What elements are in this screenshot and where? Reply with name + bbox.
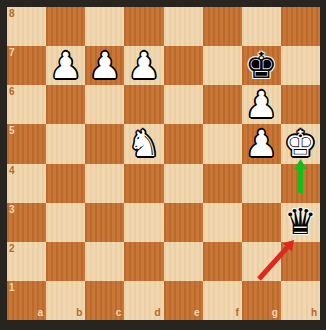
square-h3[interactable]: ♛ xyxy=(281,203,320,242)
square-f5[interactable] xyxy=(203,124,242,163)
square-d4[interactable] xyxy=(124,164,163,203)
square-h4[interactable] xyxy=(281,164,320,203)
square-a1[interactable]: 1a xyxy=(7,281,46,320)
square-f3[interactable] xyxy=(203,203,242,242)
square-f2[interactable] xyxy=(203,242,242,281)
rank-label-4: 4 xyxy=(9,166,15,176)
file-label-f: f xyxy=(235,308,238,318)
file-label-d: d xyxy=(154,308,160,318)
square-f7[interactable] xyxy=(203,46,242,85)
square-g8[interactable] xyxy=(242,7,281,46)
square-f4[interactable] xyxy=(203,164,242,203)
square-e7[interactable] xyxy=(164,46,203,85)
square-h8[interactable] xyxy=(281,7,320,46)
square-g3[interactable] xyxy=(242,203,281,242)
file-label-e: e xyxy=(194,308,200,318)
square-b3[interactable] xyxy=(46,203,85,242)
square-e3[interactable] xyxy=(164,203,203,242)
square-e8[interactable] xyxy=(164,7,203,46)
square-b1[interactable]: b xyxy=(46,281,85,320)
piece-white-pawn[interactable]: ♟ xyxy=(89,48,121,84)
square-a2[interactable]: 2 xyxy=(7,242,46,281)
piece-white-pawn[interactable]: ♟ xyxy=(245,87,277,123)
square-h2[interactable] xyxy=(281,242,320,281)
square-c5[interactable] xyxy=(85,124,124,163)
square-c3[interactable] xyxy=(85,203,124,242)
square-c8[interactable] xyxy=(85,7,124,46)
file-label-a: a xyxy=(38,308,44,318)
square-a5[interactable]: 5 xyxy=(7,124,46,163)
square-h5[interactable]: ♚ xyxy=(281,124,320,163)
square-a7[interactable]: 7 xyxy=(7,46,46,85)
square-f6[interactable] xyxy=(203,85,242,124)
piece-black-queen[interactable]: ♛ xyxy=(284,204,316,240)
square-e2[interactable] xyxy=(164,242,203,281)
square-b2[interactable] xyxy=(46,242,85,281)
square-g4[interactable] xyxy=(242,164,281,203)
square-d5[interactable]: ♞ xyxy=(124,124,163,163)
square-b6[interactable] xyxy=(46,85,85,124)
square-d6[interactable] xyxy=(124,85,163,124)
rank-label-1: 1 xyxy=(9,283,15,293)
piece-white-knight[interactable]: ♞ xyxy=(128,126,160,162)
file-label-c: c xyxy=(116,308,122,318)
rank-label-8: 8 xyxy=(9,9,15,19)
piece-black-king[interactable]: ♚ xyxy=(245,48,277,84)
square-b7[interactable]: ♟ xyxy=(46,46,85,85)
square-g2[interactable] xyxy=(242,242,281,281)
square-e1[interactable]: e xyxy=(164,281,203,320)
square-f1[interactable]: f xyxy=(203,281,242,320)
square-c7[interactable]: ♟ xyxy=(85,46,124,85)
square-e5[interactable] xyxy=(164,124,203,163)
square-d2[interactable] xyxy=(124,242,163,281)
rank-label-2: 2 xyxy=(9,244,15,254)
piece-white-pawn[interactable]: ♟ xyxy=(50,48,82,84)
square-e6[interactable] xyxy=(164,85,203,124)
rank-label-5: 5 xyxy=(9,126,15,136)
square-a3[interactable]: 3 xyxy=(7,203,46,242)
board-frame: 87♟♟♟♚6♟5♞♟♚43♛21abcdefgh xyxy=(0,0,326,330)
square-d8[interactable] xyxy=(124,7,163,46)
square-h1[interactable]: h xyxy=(281,281,320,320)
piece-white-king[interactable]: ♚ xyxy=(284,126,316,162)
file-label-g: g xyxy=(272,308,278,318)
square-a8[interactable]: 8 xyxy=(7,7,46,46)
square-d7[interactable]: ♟ xyxy=(124,46,163,85)
square-g7[interactable]: ♚ xyxy=(242,46,281,85)
square-h7[interactable] xyxy=(281,46,320,85)
square-c6[interactable] xyxy=(85,85,124,124)
rank-label-3: 3 xyxy=(9,205,15,215)
rank-label-7: 7 xyxy=(9,48,15,58)
piece-white-pawn[interactable]: ♟ xyxy=(128,48,160,84)
file-label-h: h xyxy=(311,308,317,318)
chess-board: 87♟♟♟♚6♟5♞♟♚43♛21abcdefgh xyxy=(7,7,320,320)
square-e4[interactable] xyxy=(164,164,203,203)
square-g5[interactable]: ♟ xyxy=(242,124,281,163)
square-h6[interactable] xyxy=(281,85,320,124)
square-b5[interactable] xyxy=(46,124,85,163)
square-d3[interactable] xyxy=(124,203,163,242)
square-d1[interactable]: d xyxy=(124,281,163,320)
square-c2[interactable] xyxy=(85,242,124,281)
square-a6[interactable]: 6 xyxy=(7,85,46,124)
square-c4[interactable] xyxy=(85,164,124,203)
piece-white-pawn[interactable]: ♟ xyxy=(245,126,277,162)
square-g1[interactable]: g xyxy=(242,281,281,320)
rank-label-6: 6 xyxy=(9,87,15,97)
square-b8[interactable] xyxy=(46,7,85,46)
square-c1[interactable]: c xyxy=(85,281,124,320)
square-f8[interactable] xyxy=(203,7,242,46)
square-g6[interactable]: ♟ xyxy=(242,85,281,124)
file-label-b: b xyxy=(76,308,82,318)
square-a4[interactable]: 4 xyxy=(7,164,46,203)
square-b4[interactable] xyxy=(46,164,85,203)
